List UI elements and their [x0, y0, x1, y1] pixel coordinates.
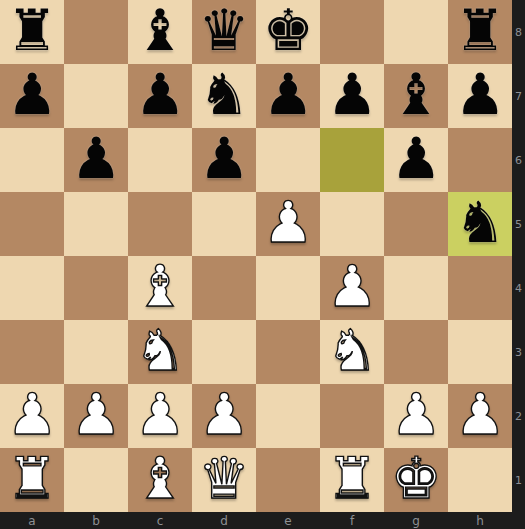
rank-label-7: 7 — [512, 64, 525, 128]
black-queen[interactable]: ♛ — [198, 0, 249, 62]
square-g7[interactable]: ♝ — [384, 64, 448, 128]
square-d8[interactable]: ♛ — [192, 0, 256, 64]
square-a4[interactable] — [0, 256, 64, 320]
white-pawn[interactable]: ♟ — [390, 382, 441, 446]
white-bishop[interactable]: ♝ — [134, 254, 185, 318]
square-f7[interactable]: ♟ — [320, 64, 384, 128]
square-a3[interactable] — [0, 320, 64, 384]
file-label-e: e — [256, 512, 320, 529]
square-e7[interactable]: ♟ — [256, 64, 320, 128]
chess-board[interactable]: ♜♝♛♚♜♟♟♞♟♟♝♟♟♟♟♟♞♝♟♞♞♟♟♟♟♟♟♜♝♛♜♚ — [0, 0, 512, 512]
square-f1[interactable]: ♜ — [320, 448, 384, 512]
square-e5[interactable]: ♟ — [256, 192, 320, 256]
square-e4[interactable] — [256, 256, 320, 320]
square-b1[interactable] — [64, 448, 128, 512]
square-h5[interactable]: ♞ — [448, 192, 512, 256]
square-a7[interactable]: ♟ — [0, 64, 64, 128]
square-d7[interactable]: ♞ — [192, 64, 256, 128]
rank-label-1: 1 — [512, 448, 525, 512]
white-pawn[interactable]: ♟ — [326, 254, 377, 318]
square-e1[interactable] — [256, 448, 320, 512]
square-b5[interactable] — [64, 192, 128, 256]
file-label-c: c — [128, 512, 192, 529]
file-label-g: g — [384, 512, 448, 529]
file-labels-gutter: abcdefgh — [0, 512, 512, 529]
square-a6[interactable] — [0, 128, 64, 192]
square-g8[interactable] — [384, 0, 448, 64]
square-h2[interactable]: ♟ — [448, 384, 512, 448]
square-c2[interactable]: ♟ — [128, 384, 192, 448]
square-h6[interactable] — [448, 128, 512, 192]
gutter-corner — [512, 512, 525, 529]
square-g5[interactable] — [384, 192, 448, 256]
square-c4[interactable]: ♝ — [128, 256, 192, 320]
square-f3[interactable]: ♞ — [320, 320, 384, 384]
square-d6[interactable]: ♟ — [192, 128, 256, 192]
white-pawn[interactable]: ♟ — [134, 382, 185, 446]
square-c8[interactable]: ♝ — [128, 0, 192, 64]
square-e8[interactable]: ♚ — [256, 0, 320, 64]
square-b7[interactable] — [64, 64, 128, 128]
rank-label-6: 6 — [512, 128, 525, 192]
square-b3[interactable] — [64, 320, 128, 384]
black-pawn[interactable]: ♟ — [390, 126, 441, 190]
square-h8[interactable]: ♜ — [448, 0, 512, 64]
square-e6[interactable] — [256, 128, 320, 192]
file-label-h: h — [448, 512, 512, 529]
square-b2[interactable]: ♟ — [64, 384, 128, 448]
square-g1[interactable]: ♚ — [384, 448, 448, 512]
white-knight[interactable]: ♞ — [326, 318, 377, 382]
rank-label-4: 4 — [512, 256, 525, 320]
square-f6[interactable] — [320, 128, 384, 192]
black-bishop[interactable]: ♝ — [390, 62, 441, 126]
white-knight[interactable]: ♞ — [134, 318, 185, 382]
square-h3[interactable] — [448, 320, 512, 384]
black-rook[interactable]: ♜ — [454, 0, 505, 62]
white-pawn[interactable]: ♟ — [70, 382, 121, 446]
square-g4[interactable] — [384, 256, 448, 320]
square-d5[interactable] — [192, 192, 256, 256]
black-knight[interactable]: ♞ — [454, 190, 505, 254]
square-g2[interactable]: ♟ — [384, 384, 448, 448]
file-label-a: a — [0, 512, 64, 529]
file-label-d: d — [192, 512, 256, 529]
rank-label-8: 8 — [512, 0, 525, 64]
black-pawn[interactable]: ♟ — [262, 62, 313, 126]
white-pawn[interactable]: ♟ — [198, 382, 249, 446]
square-h4[interactable] — [448, 256, 512, 320]
white-pawn[interactable]: ♟ — [454, 382, 505, 446]
square-b6[interactable]: ♟ — [64, 128, 128, 192]
square-h7[interactable]: ♟ — [448, 64, 512, 128]
rank-label-3: 3 — [512, 320, 525, 384]
square-b4[interactable] — [64, 256, 128, 320]
square-h1[interactable] — [448, 448, 512, 512]
rank-label-2: 2 — [512, 384, 525, 448]
square-g6[interactable]: ♟ — [384, 128, 448, 192]
black-pawn[interactable]: ♟ — [6, 62, 57, 126]
white-pawn[interactable]: ♟ — [262, 190, 313, 254]
square-a8[interactable]: ♜ — [0, 0, 64, 64]
chess-app: ♜♝♛♚♜♟♟♞♟♟♝♟♟♟♟♟♞♝♟♞♞♟♟♟♟♟♟♜♝♛♜♚ 8765432… — [0, 0, 525, 529]
black-rook[interactable]: ♜ — [6, 0, 57, 62]
rank-labels-gutter: 87654321 — [512, 0, 525, 512]
white-queen[interactable]: ♛ — [198, 446, 249, 510]
square-b8[interactable] — [64, 0, 128, 64]
square-d4[interactable] — [192, 256, 256, 320]
white-rook[interactable]: ♜ — [326, 446, 377, 510]
black-pawn[interactable]: ♟ — [198, 126, 249, 190]
file-label-b: b — [64, 512, 128, 529]
white-pawn[interactable]: ♟ — [6, 382, 57, 446]
square-c7[interactable]: ♟ — [128, 64, 192, 128]
square-a5[interactable] — [0, 192, 64, 256]
square-f4[interactable]: ♟ — [320, 256, 384, 320]
square-d3[interactable] — [192, 320, 256, 384]
square-g3[interactable] — [384, 320, 448, 384]
file-label-f: f — [320, 512, 384, 529]
square-a1[interactable]: ♜ — [0, 448, 64, 512]
black-king[interactable]: ♚ — [262, 0, 313, 62]
square-d2[interactable]: ♟ — [192, 384, 256, 448]
black-pawn[interactable]: ♟ — [454, 62, 505, 126]
black-knight[interactable]: ♞ — [198, 62, 249, 126]
rank-label-5: 5 — [512, 192, 525, 256]
square-c3[interactable]: ♞ — [128, 320, 192, 384]
square-c6[interactable] — [128, 128, 192, 192]
black-pawn[interactable]: ♟ — [134, 62, 185, 126]
white-rook[interactable]: ♜ — [6, 446, 57, 510]
black-pawn[interactable]: ♟ — [326, 62, 377, 126]
black-bishop[interactable]: ♝ — [134, 0, 185, 62]
white-king[interactable]: ♚ — [390, 446, 441, 510]
square-f2[interactable] — [320, 384, 384, 448]
square-c1[interactable]: ♝ — [128, 448, 192, 512]
square-e2[interactable] — [256, 384, 320, 448]
square-c5[interactable] — [128, 192, 192, 256]
square-f5[interactable] — [320, 192, 384, 256]
white-bishop[interactable]: ♝ — [134, 446, 185, 510]
square-e3[interactable] — [256, 320, 320, 384]
square-a2[interactable]: ♟ — [0, 384, 64, 448]
square-f8[interactable] — [320, 0, 384, 64]
square-d1[interactable]: ♛ — [192, 448, 256, 512]
black-pawn[interactable]: ♟ — [70, 126, 121, 190]
